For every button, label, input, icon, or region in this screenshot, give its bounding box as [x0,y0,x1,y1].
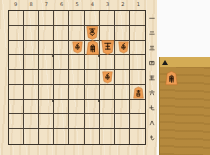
rank-label-五 [146,70,157,85]
board-square[interactable] [85,11,100,26]
file-label-2: 2 [115,0,130,9]
rank-label-二 [146,25,157,40]
shogi-piece-角-4三[interactable] [86,40,100,55]
board-square[interactable] [130,41,145,56]
shogi-piece-歩-2三[interactable] [118,41,129,54]
board-square[interactable] [24,70,39,85]
hoshi-dot [98,100,100,102]
file-labels: 987654321 [8,0,146,9]
rank-label-九 [146,130,157,145]
board-square[interactable] [9,11,24,26]
board-square[interactable] [54,26,69,41]
board-square[interactable] [69,26,84,41]
board-square[interactable] [54,85,69,100]
file-label-9: 9 [8,0,23,9]
board-square[interactable] [85,85,100,100]
hoshi-dot [52,100,54,102]
board-square[interactable] [69,11,84,26]
board-square[interactable] [130,70,145,85]
board-square[interactable] [85,129,100,144]
board-square[interactable] [24,100,39,115]
file-label-8: 8 [23,0,38,9]
board-square[interactable] [130,129,145,144]
board-square[interactable] [39,26,54,41]
board-square[interactable] [130,114,145,129]
board-square[interactable] [69,114,84,129]
board-square[interactable] [100,114,115,129]
board-square[interactable] [85,55,100,70]
board-square[interactable] [24,11,39,26]
board-square[interactable] [39,129,54,144]
board-square[interactable] [54,114,69,129]
shogi-piece-歩-3五[interactable] [102,71,113,84]
file-label-6: 6 [54,0,69,9]
board-square[interactable] [9,70,24,85]
board-square[interactable] [9,129,24,144]
board-square[interactable] [115,100,130,115]
board-square[interactable] [85,70,100,85]
board-square[interactable] [39,41,54,56]
rank-labels [146,10,157,145]
board-square[interactable] [69,100,84,115]
board-square[interactable] [24,55,39,70]
board-square[interactable] [85,100,100,115]
board-square[interactable] [130,26,145,41]
board-grid [8,10,146,145]
board-square[interactable] [69,85,84,100]
board-square[interactable] [39,114,54,129]
board-square[interactable] [24,26,39,41]
rank-label-七 [146,100,157,115]
board-square[interactable] [54,70,69,85]
board-square[interactable] [115,85,130,100]
shogi-piece-王-3三[interactable] [101,40,115,55]
rank-label-八 [146,115,157,130]
file-label-1: 1 [131,0,146,9]
board-square[interactable] [9,26,24,41]
board-square[interactable] [115,114,130,129]
file-label-7: 7 [39,0,54,9]
board-square[interactable] [54,55,69,70]
board-square[interactable] [24,85,39,100]
board-square[interactable] [9,114,24,129]
board-square[interactable] [115,70,130,85]
board-square[interactable] [9,85,24,100]
board-square[interactable] [100,100,115,115]
board-square[interactable] [9,41,24,56]
board-square[interactable] [100,26,115,41]
rank-label-三 [146,40,157,55]
shogi-piece-金-4二[interactable] [86,26,99,40]
shogi-piece-香-1六[interactable] [133,86,144,99]
board-square[interactable] [39,85,54,100]
board-square[interactable] [115,129,130,144]
board-square[interactable] [54,41,69,56]
board-square[interactable] [9,55,24,70]
shogi-app: 987654321 [0,0,210,155]
board-square[interactable] [24,41,39,56]
board-square[interactable] [100,11,115,26]
komadai-hand-area [160,67,210,155]
board-square[interactable] [54,11,69,26]
board-square[interactable] [69,129,84,144]
hoshi-dot [98,55,100,57]
board-square[interactable] [54,129,69,144]
board-square[interactable] [130,100,145,115]
sente-triangle-icon [162,60,168,65]
rank-label-四 [146,55,157,70]
rank-label-一 [146,10,157,25]
board-square[interactable] [69,70,84,85]
board-square[interactable] [85,114,100,129]
board-square[interactable] [69,55,84,70]
shogi-piece-歩-5三[interactable] [72,41,83,54]
board-square[interactable] [130,11,145,26]
hand-piece-角[interactable] [165,70,178,86]
board-square[interactable] [24,129,39,144]
board-square[interactable] [100,85,115,100]
board-square[interactable] [115,11,130,26]
file-label-5: 5 [69,0,84,9]
rank-label-六 [146,85,157,100]
hoshi-dot [52,55,54,57]
file-label-3: 3 [100,0,115,9]
board-square[interactable] [115,55,130,70]
board-square[interactable] [9,100,24,115]
board-square[interactable] [100,129,115,144]
board-square[interactable] [24,114,39,129]
sente-komadai [159,57,210,155]
board-square[interactable] [39,70,54,85]
komadai-header [160,57,210,67]
board-square[interactable] [100,55,115,70]
board-square[interactable] [39,11,54,26]
file-label-4: 4 [85,0,100,9]
board-square[interactable] [39,55,54,70]
board-square[interactable] [54,100,69,115]
board-square[interactable] [130,55,145,70]
shogi-board: 987654321 [0,0,157,155]
board-square[interactable] [115,26,130,41]
